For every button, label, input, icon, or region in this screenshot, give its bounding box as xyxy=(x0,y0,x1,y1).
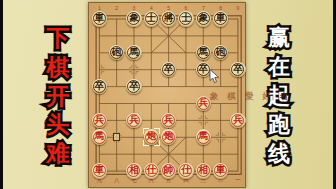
xiangqi-piece-black-卒[interactable]: 卒 xyxy=(230,62,245,77)
caption-char: 线 xyxy=(268,143,290,165)
watermark-char: 者 xyxy=(280,91,289,103)
caption-char: 跑 xyxy=(268,114,290,136)
xiangqi-piece-red-馬[interactable]: 馬 xyxy=(92,129,107,144)
xiangqi-piece-black-馬[interactable]: 馬 xyxy=(196,45,211,60)
caption-char: 难 xyxy=(47,142,70,165)
xiangqi-piece-red-車[interactable]: 車 xyxy=(213,163,228,178)
xiangqi-piece-black-馬[interactable]: 馬 xyxy=(126,45,141,60)
xiangqi-piece-red-帥[interactable]: 帥 xyxy=(161,163,176,178)
xiangqi-piece-black-砲[interactable]: 砲 xyxy=(213,45,228,60)
xiangqi-piece-red-兵[interactable]: 兵 xyxy=(92,113,107,128)
xiangqi-piece-red-兵[interactable]: 兵 xyxy=(230,113,245,128)
piece-layer: 車象士將士象車砲馬馬砲卒卒卒卒卒兵兵兵兵兵馬炮炮馬車相仕帥仕相車 xyxy=(91,11,247,180)
xiangqi-piece-red-炮[interactable]: 炮 xyxy=(144,129,159,144)
caption-char: 在 xyxy=(268,56,290,78)
caption-char: 下 xyxy=(47,27,70,50)
xiangqi-piece-red-兵[interactable]: 兵 xyxy=(161,113,176,128)
left-caption: 下棋开头难 xyxy=(42,27,74,165)
caption-char: 赢 xyxy=(268,27,290,49)
xiangqi-piece-red-車[interactable]: 車 xyxy=(92,163,107,178)
xiangqi-piece-red-仕[interactable]: 仕 xyxy=(178,163,193,178)
xiangqi-board[interactable]: 123456789 九八七六五四三二一 象棋愛好者 車象士將士象車砲馬馬砲卒卒卒… xyxy=(88,2,246,188)
xiangqi-piece-black-將[interactable]: 將 xyxy=(161,11,176,26)
xiangqi-piece-black-士[interactable]: 士 xyxy=(144,11,159,26)
video-frame: 下棋开头难 赢在起跑线 123456789 九八七六五四三二一 象棋愛好者 車象… xyxy=(0,0,336,189)
xiangqi-piece-red-相[interactable]: 相 xyxy=(126,163,141,178)
xiangqi-piece-black-象[interactable]: 象 xyxy=(196,11,211,26)
xiangqi-piece-black-卒[interactable]: 卒 xyxy=(92,79,107,94)
watermark-char: 好 xyxy=(263,91,272,103)
xiangqi-piece-black-卒[interactable]: 卒 xyxy=(161,62,176,77)
xiangqi-piece-black-象[interactable]: 象 xyxy=(126,11,141,26)
xiangqi-piece-black-砲[interactable]: 砲 xyxy=(109,45,124,60)
xiangqi-piece-black-車[interactable]: 車 xyxy=(213,11,228,26)
xiangqi-piece-red-相[interactable]: 相 xyxy=(196,163,211,178)
xiangqi-piece-red-仕[interactable]: 仕 xyxy=(144,163,159,178)
caption-char: 棋 xyxy=(47,56,70,79)
mouse-cursor xyxy=(209,69,220,84)
xiangqi-piece-red-炮[interactable]: 炮 xyxy=(161,129,176,144)
move-from-marker xyxy=(113,133,121,141)
caption-char: 开 xyxy=(47,85,70,108)
caption-char: 头 xyxy=(47,113,70,136)
xiangqi-piece-red-兵[interactable]: 兵 xyxy=(196,96,211,111)
xiangqi-piece-black-卒[interactable]: 卒 xyxy=(126,79,141,94)
xiangqi-piece-red-馬[interactable]: 馬 xyxy=(196,129,211,144)
xiangqi-piece-black-車[interactable]: 車 xyxy=(92,11,107,26)
xiangqi-piece-red-兵[interactable]: 兵 xyxy=(126,113,141,128)
xiangqi-piece-black-士[interactable]: 士 xyxy=(178,11,193,26)
left-edge-bar xyxy=(0,0,3,189)
